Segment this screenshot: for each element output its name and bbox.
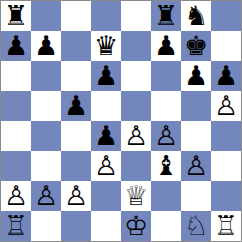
square-f1[interactable] [151,211,181,241]
square-f2[interactable] [151,181,181,211]
square-g7[interactable]: ♚ [181,31,211,61]
square-f5[interactable] [151,91,181,121]
square-g8[interactable]: ♞ [181,1,211,31]
square-b1[interactable] [31,211,61,241]
square-d2[interactable] [91,181,121,211]
square-e3[interactable] [121,151,151,181]
square-a7[interactable]: ♟ [1,31,31,61]
square-h4[interactable] [211,121,241,151]
square-a3[interactable] [1,151,31,181]
square-a6[interactable] [1,61,31,91]
square-e8[interactable] [121,1,151,31]
square-c6[interactable] [61,61,91,91]
piece-white-rook[interactable]: ♖ [4,211,28,241]
square-f7[interactable]: ♟ [151,31,181,61]
square-g3[interactable]: ♙ [181,151,211,181]
piece-white-pawn[interactable]: ♙ [124,121,148,151]
square-h5[interactable]: ♙ [211,91,241,121]
square-h2[interactable] [211,181,241,211]
square-d5[interactable] [91,91,121,121]
piece-black-pawn[interactable]: ♟ [184,61,208,91]
piece-black-pawn[interactable]: ♟ [94,121,118,151]
square-b5[interactable] [31,91,61,121]
piece-black-pawn[interactable]: ♟ [94,61,118,91]
piece-white-pawn[interactable]: ♙ [214,91,238,121]
square-b8[interactable] [31,1,61,31]
piece-white-queen[interactable]: ♕ [124,181,148,211]
piece-black-pawn[interactable]: ♟ [4,31,28,61]
chess-board: ♜♜♞♟♟♛♟♚♟♟♟♟♙♟♙♙♙♝♙♙♙♙♕♖♔♘♖ [0,0,242,242]
square-a8[interactable]: ♜ [1,1,31,31]
piece-black-pawn[interactable]: ♟ [214,61,238,91]
piece-black-queen[interactable]: ♛ [94,31,118,61]
square-c2[interactable]: ♙ [61,181,91,211]
square-d6[interactable]: ♟ [91,61,121,91]
square-c5[interactable]: ♟ [61,91,91,121]
square-d4[interactable]: ♟ [91,121,121,151]
square-h1[interactable]: ♖ [211,211,241,241]
piece-black-pawn[interactable]: ♟ [34,31,58,61]
piece-black-pawn[interactable]: ♟ [154,31,178,61]
square-e4[interactable]: ♙ [121,121,151,151]
square-d8[interactable] [91,1,121,31]
square-d1[interactable] [91,211,121,241]
square-b6[interactable] [31,61,61,91]
square-g2[interactable] [181,181,211,211]
square-h3[interactable] [211,151,241,181]
square-g4[interactable] [181,121,211,151]
piece-white-king[interactable]: ♔ [124,211,148,241]
piece-white-pawn[interactable]: ♙ [154,121,178,151]
piece-white-pawn[interactable]: ♙ [34,181,58,211]
piece-black-bishop[interactable]: ♝ [154,151,178,181]
square-a1[interactable]: ♖ [1,211,31,241]
piece-white-pawn[interactable]: ♙ [64,181,88,211]
square-f3[interactable]: ♝ [151,151,181,181]
square-e2[interactable]: ♕ [121,181,151,211]
square-d3[interactable]: ♙ [91,151,121,181]
piece-white-rook[interactable]: ♖ [214,211,238,241]
square-c1[interactable] [61,211,91,241]
piece-black-knight[interactable]: ♞ [184,1,208,31]
square-f6[interactable] [151,61,181,91]
square-h6[interactable]: ♟ [211,61,241,91]
square-g6[interactable]: ♟ [181,61,211,91]
piece-white-pawn[interactable]: ♙ [94,151,118,181]
square-e1[interactable]: ♔ [121,211,151,241]
piece-black-pawn[interactable]: ♟ [64,91,88,121]
square-h7[interactable] [211,31,241,61]
square-f4[interactable]: ♙ [151,121,181,151]
square-f8[interactable]: ♜ [151,1,181,31]
square-c8[interactable] [61,1,91,31]
piece-white-knight[interactable]: ♘ [184,211,208,241]
square-b3[interactable] [31,151,61,181]
square-a2[interactable]: ♙ [1,181,31,211]
square-a4[interactable] [1,121,31,151]
square-b4[interactable] [31,121,61,151]
square-b2[interactable]: ♙ [31,181,61,211]
square-g1[interactable]: ♘ [181,211,211,241]
piece-white-pawn[interactable]: ♙ [184,151,208,181]
piece-white-pawn[interactable]: ♙ [4,181,28,211]
piece-black-rook[interactable]: ♜ [4,1,28,31]
square-e7[interactable] [121,31,151,61]
square-d7[interactable]: ♛ [91,31,121,61]
square-g5[interactable] [181,91,211,121]
square-a5[interactable] [1,91,31,121]
square-e6[interactable] [121,61,151,91]
square-h8[interactable] [211,1,241,31]
piece-black-king[interactable]: ♚ [184,31,208,61]
piece-black-rook[interactable]: ♜ [154,1,178,31]
square-b7[interactable]: ♟ [31,31,61,61]
square-e5[interactable] [121,91,151,121]
square-c7[interactable] [61,31,91,61]
square-c4[interactable] [61,121,91,151]
square-c3[interactable] [61,151,91,181]
